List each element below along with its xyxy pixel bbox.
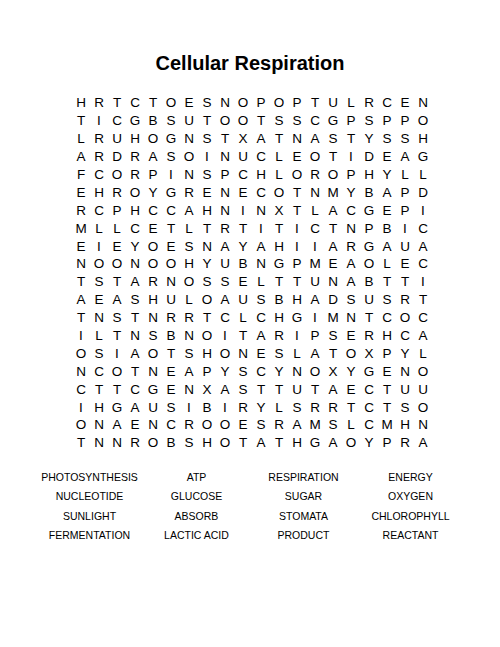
grid-cell: S <box>234 362 252 380</box>
grid-cell: H <box>126 130 144 148</box>
grid-cell: Y <box>342 183 360 201</box>
grid-cell: N <box>90 434 108 452</box>
grid-cell: O <box>144 434 162 452</box>
grid-cell: E <box>72 237 90 255</box>
grid-cell: A <box>252 130 270 148</box>
grid-cell: L <box>270 398 288 416</box>
grid-cell: X <box>360 344 378 362</box>
grid-cell: T <box>234 219 252 237</box>
grid-cell: S <box>270 112 288 130</box>
grid-cell: R <box>72 201 90 219</box>
grid-cell: N <box>180 166 198 184</box>
grid-cell: N <box>126 327 144 345</box>
grid-cell: T <box>342 130 360 148</box>
grid-cell: I <box>288 237 306 255</box>
grid-cell: S <box>270 344 288 362</box>
grid-cell: B <box>378 219 396 237</box>
grid-cell: C <box>414 219 432 237</box>
grid-cell: C <box>90 362 108 380</box>
grid-cell: N <box>126 255 144 273</box>
grid-cell: T <box>72 309 90 327</box>
grid-cell: C <box>72 380 90 398</box>
grid-cell: E <box>324 255 342 273</box>
grid-cell: O <box>108 255 126 273</box>
grid-cell: A <box>108 416 126 434</box>
grid-cell: Y <box>144 183 162 201</box>
grid-cell: H <box>288 291 306 309</box>
grid-cell: L <box>90 219 108 237</box>
word-list-item: LACTIC ACID <box>143 526 250 545</box>
grid-cell: I <box>90 237 108 255</box>
grid-cell: T <box>162 219 180 237</box>
grid-cell: A <box>324 380 342 398</box>
grid-cell: L <box>288 344 306 362</box>
grid-cell: A <box>126 273 144 291</box>
grid-cell: E <box>144 219 162 237</box>
grid-cell: S <box>126 291 144 309</box>
grid-cell: P <box>198 362 216 380</box>
grid-cell: S <box>252 416 270 434</box>
grid-cell: A <box>126 344 144 362</box>
word-list-item: ENERGY <box>357 468 464 487</box>
grid-cell: E <box>72 183 90 201</box>
grid-cell: T <box>108 380 126 398</box>
grid-cell: A <box>144 148 162 166</box>
grid-cell: T <box>288 273 306 291</box>
grid-cell: O <box>144 130 162 148</box>
grid-cell: N <box>252 255 270 273</box>
grid-cell: C <box>360 380 378 398</box>
grid-cell: T <box>378 273 396 291</box>
puzzle-title: Cellular Respiration <box>0 52 500 75</box>
grid-cell: Y <box>216 362 234 380</box>
grid-cell: A <box>414 434 432 452</box>
grid-cell: U <box>234 291 252 309</box>
grid-cell: R <box>126 166 144 184</box>
word-list: PHOTOSYNTHESISATPRESPIRATIONENERGYNUCLEO… <box>36 468 464 545</box>
grid-cell: O <box>342 434 360 452</box>
grid-cell: T <box>108 94 126 112</box>
grid-cell: B <box>144 112 162 130</box>
grid-cell: O <box>414 398 432 416</box>
grid-cell: S <box>396 130 414 148</box>
grid-cell: N <box>306 183 324 201</box>
grid-cell: E <box>288 148 306 166</box>
grid-cell: G <box>360 362 378 380</box>
grid-cell: T <box>270 130 288 148</box>
grid-cell: C <box>414 309 432 327</box>
grid-cell: L <box>180 291 198 309</box>
word-list-item: SUGAR <box>250 487 357 506</box>
grid-cell: D <box>414 183 432 201</box>
grid-cell: H <box>126 201 144 219</box>
grid-cell: A <box>378 183 396 201</box>
grid-cell: T <box>270 273 288 291</box>
grid-cell: Y <box>396 344 414 362</box>
grid-cell: P <box>396 112 414 130</box>
grid-cell: T <box>324 344 342 362</box>
grid-cell: P <box>144 166 162 184</box>
grid-cell: S <box>198 130 216 148</box>
grid-cell: X <box>198 380 216 398</box>
grid-cell: T <box>414 291 432 309</box>
grid-cell: L <box>342 416 360 434</box>
grid-cell: T <box>126 362 144 380</box>
grid-cell: I <box>252 219 270 237</box>
grid-cell: P <box>342 112 360 130</box>
grid-cell: A <box>414 327 432 345</box>
grid-cell: A <box>252 237 270 255</box>
grid-cell: L <box>234 309 252 327</box>
word-list-item: RESPIRATION <box>250 468 357 487</box>
grid-cell: C <box>162 201 180 219</box>
grid-cell: N <box>180 130 198 148</box>
grid-cell: L <box>252 273 270 291</box>
grid-cell: I <box>306 309 324 327</box>
grid-cell: S <box>180 237 198 255</box>
grid-cell: E <box>378 201 396 219</box>
grid-cell: R <box>90 94 108 112</box>
grid-cell: I <box>90 112 108 130</box>
grid-cell: C <box>144 201 162 219</box>
grid-cell: O <box>216 112 234 130</box>
grid-cell: E <box>126 416 144 434</box>
grid-cell: G <box>162 130 180 148</box>
grid-cell: U <box>414 380 432 398</box>
grid-cell: C <box>90 166 108 184</box>
grid-cell: U <box>360 291 378 309</box>
grid-cell: I <box>342 148 360 166</box>
grid-cell: S <box>234 380 252 398</box>
grid-cell: O <box>162 255 180 273</box>
grid-cell: O <box>90 255 108 273</box>
grid-cell: C <box>252 148 270 166</box>
grid-cell: R <box>108 183 126 201</box>
grid-cell: B <box>162 327 180 345</box>
word-list-item: REACTANT <box>357 526 464 545</box>
grid-cell: A <box>306 291 324 309</box>
grid-cell: P <box>378 344 396 362</box>
grid-cell: T <box>72 434 90 452</box>
grid-cell: S <box>288 398 306 416</box>
grid-cell: R <box>396 291 414 309</box>
grid-cell: M <box>378 416 396 434</box>
grid-cell: H <box>198 344 216 362</box>
grid-cell: X <box>324 362 342 380</box>
grid-cell: A <box>126 398 144 416</box>
grid-cell: L <box>270 166 288 184</box>
grid-cell: I <box>288 327 306 345</box>
grid-cell: O <box>144 344 162 362</box>
grid-cell: N <box>144 416 162 434</box>
grid-cell: S <box>90 273 108 291</box>
grid-cell: A <box>180 201 198 219</box>
grid-cell: S <box>162 112 180 130</box>
grid-cell: O <box>126 183 144 201</box>
word-search-grid: HRTCTOESNOPOPTULRCENTICGBSUTOOTSSCGPSPPO… <box>72 94 432 452</box>
grid-cell: R <box>360 327 378 345</box>
grid-cell: P <box>108 201 126 219</box>
grid-cell: C <box>306 112 324 130</box>
grid-cell: T <box>270 434 288 452</box>
grid-cell: R <box>324 398 342 416</box>
grid-cell: I <box>216 327 234 345</box>
grid-cell: H <box>270 309 288 327</box>
grid-cell: A <box>216 291 234 309</box>
grid-cell: I <box>414 273 432 291</box>
word-list-item: CHLOROPHYLL <box>357 507 464 526</box>
grid-cell: U <box>180 112 198 130</box>
grid-cell: T <box>324 148 342 166</box>
grid-cell: T <box>108 273 126 291</box>
grid-cell: R <box>270 327 288 345</box>
grid-cell: E <box>396 255 414 273</box>
grid-cell: O <box>108 362 126 380</box>
grid-cell: O <box>144 255 162 273</box>
grid-cell: A <box>342 255 360 273</box>
grid-cell: S <box>396 398 414 416</box>
grid-cell: I <box>198 148 216 166</box>
grid-cell: C <box>126 219 144 237</box>
grid-cell: N <box>414 416 432 434</box>
grid-cell: E <box>180 94 198 112</box>
grid-cell: E <box>342 380 360 398</box>
grid-cell: O <box>342 344 360 362</box>
grid-cell: G <box>360 237 378 255</box>
grid-cell: O <box>216 344 234 362</box>
grid-cell: E <box>252 344 270 362</box>
grid-cell: G <box>126 112 144 130</box>
grid-cell: O <box>270 94 288 112</box>
grid-cell: A <box>306 130 324 148</box>
grid-cell: T <box>162 344 180 362</box>
grid-cell: M <box>324 183 342 201</box>
grid-cell: O <box>306 362 324 380</box>
grid-cell: T <box>342 398 360 416</box>
grid-cell: Y <box>126 237 144 255</box>
grid-cell: R <box>126 148 144 166</box>
grid-cell: O <box>216 416 234 434</box>
grid-cell: N <box>108 434 126 452</box>
grid-cell: C <box>360 398 378 416</box>
grid-cell: O <box>198 327 216 345</box>
grid-cell: L <box>342 94 360 112</box>
grid-cell: N <box>288 130 306 148</box>
grid-cell: Y <box>198 255 216 273</box>
grid-cell: A <box>252 327 270 345</box>
grid-cell: S <box>198 166 216 184</box>
grid-cell: A <box>252 434 270 452</box>
grid-cell: E <box>198 183 216 201</box>
grid-cell: O <box>360 255 378 273</box>
grid-cell: O <box>180 273 198 291</box>
grid-cell: E <box>378 362 396 380</box>
grid-cell: I <box>414 201 432 219</box>
grid-cell: B <box>270 291 288 309</box>
grid-cell: S <box>324 130 342 148</box>
grid-cell: X <box>234 130 252 148</box>
word-list-item: ABSORB <box>143 507 250 526</box>
grid-cell: T <box>378 398 396 416</box>
grid-cell: T <box>198 219 216 237</box>
grid-cell: P <box>378 112 396 130</box>
grid-cell: A <box>72 291 90 309</box>
grid-cell: C <box>162 416 180 434</box>
grid-cell: S <box>108 309 126 327</box>
grid-cell: A <box>324 201 342 219</box>
grid-cell: B <box>234 255 252 273</box>
grid-cell: T <box>252 112 270 130</box>
grid-cell: T <box>288 183 306 201</box>
grid-cell: R <box>180 309 198 327</box>
grid-cell: I <box>288 219 306 237</box>
grid-cell: R <box>216 219 234 237</box>
grid-cell: L <box>108 219 126 237</box>
grid-cell: A <box>324 434 342 452</box>
word-list-item: SUNLIGHT <box>36 507 143 526</box>
grid-cell: S <box>198 273 216 291</box>
grid-cell: N <box>216 94 234 112</box>
grid-cell: R <box>90 130 108 148</box>
grid-cell: S <box>180 344 198 362</box>
grid-cell: G <box>306 434 324 452</box>
grid-cell: N <box>342 309 360 327</box>
grid-cell: S <box>162 398 180 416</box>
grid-cell: H <box>252 166 270 184</box>
grid-cell: E <box>90 291 108 309</box>
grid-cell: B <box>360 183 378 201</box>
grid-cell: S <box>90 344 108 362</box>
grid-cell: B <box>198 398 216 416</box>
grid-cell: R <box>306 398 324 416</box>
grid-cell: Y <box>378 166 396 184</box>
grid-cell: H <box>90 398 108 416</box>
grid-cell: N <box>180 380 198 398</box>
word-list-item: PRODUCT <box>250 526 357 545</box>
grid-cell: P <box>252 94 270 112</box>
grid-cell: T <box>288 201 306 219</box>
grid-cell: C <box>234 166 252 184</box>
grid-cell: A <box>324 237 342 255</box>
grid-cell: O <box>162 94 180 112</box>
grid-cell: A <box>288 416 306 434</box>
grid-cell: G <box>288 309 306 327</box>
grid-cell: H <box>144 291 162 309</box>
grid-cell: E <box>396 94 414 112</box>
grid-cell: A <box>378 237 396 255</box>
grid-cell: T <box>252 380 270 398</box>
grid-cell: S <box>342 291 360 309</box>
grid-cell: T <box>234 434 252 452</box>
grid-cell: T <box>396 273 414 291</box>
grid-cell: H <box>270 237 288 255</box>
grid-cell: U <box>216 255 234 273</box>
grid-cell: O <box>72 416 90 434</box>
grid-cell: C <box>252 183 270 201</box>
grid-cell: S <box>288 112 306 130</box>
grid-cell: R <box>144 273 162 291</box>
grid-cell: N <box>324 273 342 291</box>
grid-cell: H <box>72 94 90 112</box>
grid-cell: Y <box>342 362 360 380</box>
grid-cell: N <box>72 362 90 380</box>
grid-cell: R <box>126 434 144 452</box>
grid-cell: O <box>198 416 216 434</box>
grid-cell: A <box>180 362 198 380</box>
grid-cell: C <box>360 416 378 434</box>
grid-cell: I <box>180 398 198 416</box>
grid-cell: R <box>162 309 180 327</box>
grid-cell: G <box>270 255 288 273</box>
word-list-item: OXYGEN <box>357 487 464 506</box>
grid-cell: H <box>396 416 414 434</box>
grid-cell: P <box>342 166 360 184</box>
grid-cell: O <box>198 291 216 309</box>
grid-cell: M <box>72 219 90 237</box>
grid-cell: R <box>396 434 414 452</box>
grid-cell: T <box>270 380 288 398</box>
grid-cell: C <box>126 94 144 112</box>
grid-cell: I <box>72 327 90 345</box>
grid-cell: P <box>288 255 306 273</box>
grid-cell: A <box>216 237 234 255</box>
grid-cell: T <box>270 219 288 237</box>
grid-cell: U <box>162 291 180 309</box>
word-list-item: NUCLEOTIDE <box>36 487 143 506</box>
grid-cell: H <box>180 255 198 273</box>
grid-cell: I <box>234 201 252 219</box>
grid-cell: R <box>360 94 378 112</box>
grid-cell: R <box>270 416 288 434</box>
grid-cell: Y <box>360 434 378 452</box>
grid-cell: U <box>108 130 126 148</box>
grid-cell: D <box>324 291 342 309</box>
grid-cell: T <box>90 380 108 398</box>
grid-cell: O <box>414 112 432 130</box>
grid-cell: N <box>72 255 90 273</box>
grid-cell: O <box>306 148 324 166</box>
grid-cell: N <box>216 201 234 219</box>
grid-cell: B <box>162 434 180 452</box>
grid-cell: Y <box>234 237 252 255</box>
grid-cell: O <box>414 362 432 380</box>
grid-cell: E <box>234 183 252 201</box>
grid-cell: N <box>216 148 234 166</box>
grid-cell: N <box>180 327 198 345</box>
grid-cell: L <box>378 255 396 273</box>
grid-cell: U <box>288 380 306 398</box>
grid-cell: N <box>144 309 162 327</box>
grid-cell: H <box>288 434 306 452</box>
grid-cell: H <box>198 434 216 452</box>
grid-cell: A <box>396 148 414 166</box>
word-list-item: ATP <box>143 468 250 487</box>
grid-cell: B <box>360 273 378 291</box>
grid-cell: D <box>360 148 378 166</box>
grid-cell: T <box>216 130 234 148</box>
grid-cell: T <box>198 112 216 130</box>
grid-cell: L <box>306 201 324 219</box>
grid-cell: G <box>162 183 180 201</box>
grid-cell: S <box>252 291 270 309</box>
grid-cell: T <box>234 327 252 345</box>
grid-cell: P <box>396 201 414 219</box>
grid-cell: R <box>180 183 198 201</box>
grid-cell: I <box>162 166 180 184</box>
grid-cell: C <box>378 309 396 327</box>
grid-cell: M <box>306 255 324 273</box>
grid-cell: T <box>144 94 162 112</box>
